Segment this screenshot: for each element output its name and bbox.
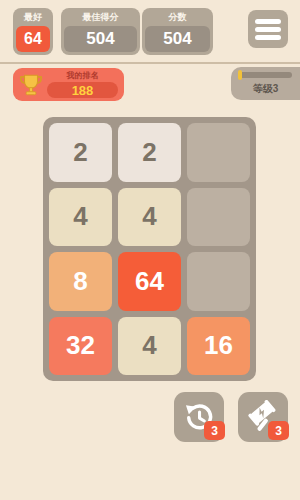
trophy-icon <box>18 72 44 98</box>
level-progress-bar <box>239 72 292 78</box>
tile-8-r3c1: 8 <box>49 252 112 311</box>
best-score-label: 最佳得分 <box>83 12 119 23</box>
tile-2-r1c2: 2 <box>118 123 181 182</box>
hamburger-icon <box>255 19 281 24</box>
empty-cell-r1c3 <box>187 123 250 182</box>
scorebox-best-score: 最佳得分 504 <box>61 8 140 55</box>
tile-4-r4c2: 4 <box>118 317 181 376</box>
level-label: 等级3 <box>239 82 292 96</box>
empty-cell-r2c3 <box>187 188 250 247</box>
tile-4-r2c2: 4 <box>118 188 181 247</box>
scorebox-score: 分数 504 <box>142 8 213 55</box>
score-label: 分数 <box>169 12 187 23</box>
rank-value: 188 <box>47 82 118 98</box>
best-score-value: 504 <box>64 26 137 52</box>
best-label: 最好 <box>24 12 42 23</box>
level-progress-fill <box>238 70 242 80</box>
level-badge[interactable]: 等级3 <box>231 67 300 100</box>
rank-label: 我的排名 <box>67 71 99 80</box>
undo-button[interactable]: 3 <box>174 392 224 442</box>
tile-4-r2c1: 4 <box>49 188 112 247</box>
hammer-count-badge: 3 <box>268 421 289 440</box>
header-divider <box>0 62 300 64</box>
undo-count-badge: 3 <box>204 421 225 440</box>
tile-2-r1c1: 2 <box>49 123 112 182</box>
empty-cell-r3c3 <box>187 252 250 311</box>
hammer-button[interactable]: 3 <box>238 392 288 442</box>
tile-64-r3c2: 64 <box>118 252 181 311</box>
scorebox-best: 最好 64 <box>13 8 53 55</box>
menu-button[interactable] <box>248 10 288 48</box>
score-value: 504 <box>145 26 210 52</box>
tile-16-r4c3: 16 <box>187 317 250 376</box>
best-value: 64 <box>16 26 50 52</box>
board[interactable]: 224486432416 <box>43 117 256 381</box>
tile-32-r4c1: 32 <box>49 317 112 376</box>
rank-badge[interactable]: 我的排名 188 <box>13 68 124 101</box>
